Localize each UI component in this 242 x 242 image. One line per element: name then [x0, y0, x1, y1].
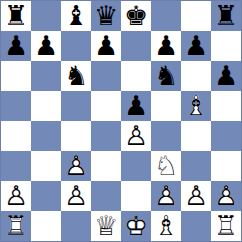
- white-rook-outline: ♖: [211, 211, 241, 241]
- square-c5[interactable]: [61, 91, 91, 121]
- white-queen-piece: ♛: [91, 211, 121, 241]
- square-a5[interactable]: [1, 91, 31, 121]
- black-knight-piece: ♞: [61, 61, 91, 91]
- square-f5[interactable]: [151, 91, 181, 121]
- square-h1[interactable]: ♜♖: [211, 211, 241, 241]
- black-pawn-piece: ♟: [1, 31, 31, 61]
- square-d6[interactable]: [91, 61, 121, 91]
- square-d7[interactable]: ♟: [91, 31, 121, 61]
- square-c8[interactable]: ♝: [61, 1, 91, 31]
- black-pawn-piece: ♟: [31, 31, 61, 61]
- black-pawn-piece: ♟: [181, 31, 211, 61]
- square-e4[interactable]: ♟♙: [121, 121, 151, 151]
- square-g7[interactable]: ♟: [181, 31, 211, 61]
- square-a2[interactable]: ♟♙: [1, 181, 31, 211]
- white-king-outline: ♔: [121, 211, 151, 241]
- square-g5[interactable]: ♝♗: [181, 91, 211, 121]
- white-rook-outline: ♖: [1, 211, 31, 241]
- square-f2[interactable]: ♟♙: [151, 181, 181, 211]
- square-f6[interactable]: ♞: [151, 61, 181, 91]
- black-pawn-piece: ♟: [151, 31, 181, 61]
- square-d4[interactable]: [91, 121, 121, 151]
- square-h6[interactable]: ♟: [211, 61, 241, 91]
- square-f4[interactable]: [151, 121, 181, 151]
- white-queen-outline: ♕: [91, 211, 121, 241]
- white-pawn-outline: ♙: [151, 181, 181, 211]
- chess-board-widget: ♜♝♛♚♜♟♟♟♟♟♞♞♟♟♝♗♟♙♟♙♞♘♟♙♟♙♟♙♟♙♟♙♜♖♛♕♚♔♝♗…: [0, 0, 242, 242]
- square-d8[interactable]: ♛: [91, 1, 121, 31]
- white-knight-outline: ♘: [151, 151, 181, 181]
- square-h7[interactable]: [211, 31, 241, 61]
- square-c1[interactable]: [61, 211, 91, 241]
- square-g3[interactable]: [181, 151, 211, 181]
- square-e6[interactable]: [121, 61, 151, 91]
- square-a1[interactable]: ♜♖: [1, 211, 31, 241]
- white-pawn-piece: ♟: [1, 181, 31, 211]
- square-c7[interactable]: [61, 31, 91, 61]
- white-king-piece: ♚: [121, 211, 151, 241]
- square-f7[interactable]: ♟: [151, 31, 181, 61]
- square-g8[interactable]: [181, 1, 211, 31]
- square-h5[interactable]: [211, 91, 241, 121]
- white-pawn-piece: ♟: [121, 121, 151, 151]
- square-d5[interactable]: [91, 91, 121, 121]
- black-bishop-piece: ♝: [61, 1, 91, 31]
- square-a6[interactable]: [1, 61, 31, 91]
- square-h4[interactable]: [211, 121, 241, 151]
- square-e5[interactable]: ♟: [121, 91, 151, 121]
- square-a7[interactable]: ♟: [1, 31, 31, 61]
- square-g2[interactable]: ♟♙: [181, 181, 211, 211]
- white-rook-piece: ♜: [211, 211, 241, 241]
- square-b5[interactable]: [31, 91, 61, 121]
- black-rook-piece: ♜: [211, 1, 241, 31]
- square-b7[interactable]: ♟: [31, 31, 61, 61]
- white-pawn-piece: ♟: [61, 151, 91, 181]
- white-pawn-outline: ♙: [1, 181, 31, 211]
- white-pawn-outline: ♙: [211, 181, 241, 211]
- white-pawn-piece: ♟: [151, 181, 181, 211]
- square-h2[interactable]: ♟♙: [211, 181, 241, 211]
- square-b1[interactable]: [31, 211, 61, 241]
- square-g6[interactable]: [181, 61, 211, 91]
- square-f8[interactable]: [151, 1, 181, 31]
- black-pawn-piece: ♟: [211, 61, 241, 91]
- square-e3[interactable]: [121, 151, 151, 181]
- square-d1[interactable]: ♛♕: [91, 211, 121, 241]
- black-knight-piece: ♞: [151, 61, 181, 91]
- black-queen-piece: ♛: [91, 1, 121, 31]
- black-king-piece: ♚: [121, 1, 151, 31]
- black-pawn-piece: ♟: [91, 31, 121, 61]
- square-c6[interactable]: ♞: [61, 61, 91, 91]
- white-pawn-outline: ♙: [181, 181, 211, 211]
- white-pawn-piece: ♟: [211, 181, 241, 211]
- white-bishop-outline: ♗: [151, 211, 181, 241]
- white-pawn-outline: ♙: [61, 151, 91, 181]
- black-rook-piece: ♜: [1, 1, 31, 31]
- square-c2[interactable]: ♟♙: [61, 181, 91, 211]
- white-bishop-piece: ♝: [181, 91, 211, 121]
- square-f1[interactable]: ♝♗: [151, 211, 181, 241]
- white-bishop-piece: ♝: [151, 211, 181, 241]
- white-knight-piece: ♞: [151, 151, 181, 181]
- white-pawn-outline: ♙: [121, 121, 151, 151]
- square-d3[interactable]: [91, 151, 121, 181]
- square-b6[interactable]: [31, 61, 61, 91]
- white-rook-piece: ♜: [1, 211, 31, 241]
- white-pawn-piece: ♟: [61, 181, 91, 211]
- white-pawn-piece: ♟: [181, 181, 211, 211]
- square-e8[interactable]: ♚: [121, 1, 151, 31]
- square-c3[interactable]: ♟♙: [61, 151, 91, 181]
- square-g1[interactable]: [181, 211, 211, 241]
- white-pawn-outline: ♙: [61, 181, 91, 211]
- square-h3[interactable]: [211, 151, 241, 181]
- square-b8[interactable]: [31, 1, 61, 31]
- square-e1[interactable]: ♚♔: [121, 211, 151, 241]
- black-pawn-piece: ♟: [121, 91, 151, 121]
- chess-board: ♜♝♛♚♜♟♟♟♟♟♞♞♟♟♝♗♟♙♟♙♞♘♟♙♟♙♟♙♟♙♟♙♜♖♛♕♚♔♝♗…: [0, 0, 242, 242]
- square-a8[interactable]: ♜: [1, 1, 31, 31]
- white-bishop-outline: ♗: [181, 91, 211, 121]
- square-h8[interactable]: ♜: [211, 1, 241, 31]
- square-c4[interactable]: [61, 121, 91, 151]
- square-b4[interactable]: [31, 121, 61, 151]
- square-e7[interactable]: [121, 31, 151, 61]
- square-f3[interactable]: ♞♘: [151, 151, 181, 181]
- square-a3[interactable]: [1, 151, 31, 181]
- square-e2[interactable]: [121, 181, 151, 211]
- square-g4[interactable]: [181, 121, 211, 151]
- square-a4[interactable]: [1, 121, 31, 151]
- square-b3[interactable]: [31, 151, 61, 181]
- square-d2[interactable]: [91, 181, 121, 211]
- square-b2[interactable]: [31, 181, 61, 211]
